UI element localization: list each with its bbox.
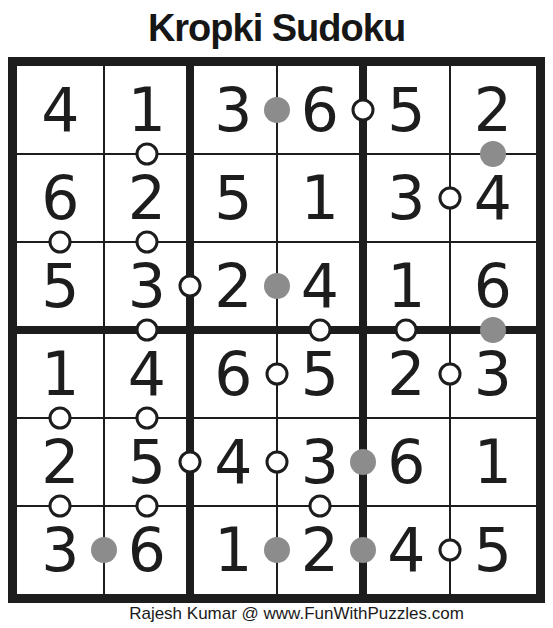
- cell-r2c4: 1: [277, 154, 364, 242]
- white-kropki-dot: [135, 231, 158, 254]
- puzzle-title: Kropki Sudoku: [0, 2, 553, 54]
- cell-r2c5: 3: [363, 154, 450, 242]
- cell-r4c4: 5: [277, 330, 364, 418]
- black-kropki-dot: [264, 537, 290, 563]
- cell-r1c5: 5: [363, 66, 450, 154]
- white-kropki-dot: [438, 187, 461, 210]
- cell-r3c2: 3: [104, 242, 191, 330]
- cell-r4c2: 4: [104, 330, 191, 418]
- white-kropki-dot: [438, 539, 461, 562]
- black-kropki-dot: [264, 273, 290, 299]
- white-kropki-dot: [49, 407, 72, 430]
- white-kropki-dot: [438, 363, 461, 386]
- white-kropki-dot: [49, 231, 72, 254]
- cell-r1c1: 4: [17, 66, 104, 154]
- black-kropki-dot: [350, 537, 376, 563]
- cell-r6c6: 5: [450, 506, 537, 594]
- board: 413652625134532416146523254361361245: [8, 57, 545, 603]
- cell-r3c5: 1: [363, 242, 450, 330]
- black-kropki-dot: [350, 449, 376, 475]
- black-kropki-dot: [480, 141, 506, 167]
- black-kropki-dot: [480, 317, 506, 343]
- cell-r4c3: 6: [190, 330, 277, 418]
- cell-r5c6: 1: [450, 418, 537, 506]
- white-kropki-dot: [49, 495, 72, 518]
- white-kropki-dot: [308, 319, 331, 342]
- cell-r1c2: 1: [104, 66, 191, 154]
- white-kropki-dot: [265, 363, 288, 386]
- white-kropki-dot: [135, 407, 158, 430]
- cell-r5c2: 5: [104, 418, 191, 506]
- cell-r4c1: 1: [17, 330, 104, 418]
- cell-r4c5: 2: [363, 330, 450, 418]
- black-kropki-dot: [91, 537, 117, 563]
- attribution-text: Rajesh Kumar @ www.FunWithPuzzles.com: [20, 604, 553, 624]
- cell-r3c1: 5: [17, 242, 104, 330]
- white-kropki-dot: [308, 495, 331, 518]
- white-kropki-dot: [395, 319, 418, 342]
- white-kropki-dot: [135, 143, 158, 166]
- black-kropki-dot: [264, 97, 290, 123]
- cell-r2c2: 2: [104, 154, 191, 242]
- cell-r4c6: 3: [450, 330, 537, 418]
- cell-r5c3: 4: [190, 418, 277, 506]
- cell-r5c1: 2: [17, 418, 104, 506]
- cell-r2c1: 6: [17, 154, 104, 242]
- white-kropki-dot: [352, 99, 375, 122]
- page: Kropki Sudoku 41365262513453241614652325…: [0, 0, 553, 628]
- cell-r2c6: 4: [450, 154, 537, 242]
- white-kropki-dot: [135, 495, 158, 518]
- white-kropki-dot: [265, 451, 288, 474]
- cell-r2c3: 5: [190, 154, 277, 242]
- white-kropki-dot: [135, 319, 158, 342]
- white-kropki-dot: [179, 451, 202, 474]
- white-kropki-dot: [179, 275, 202, 298]
